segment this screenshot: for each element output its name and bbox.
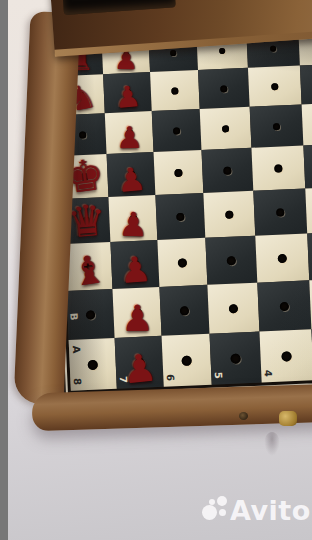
square-b4[interactable]: [257, 280, 311, 331]
peg-hole-d4: [276, 208, 284, 216]
peg-hole-e5: [223, 166, 231, 174]
square-a7[interactable]: 7♟: [115, 336, 164, 389]
square-c8[interactable]: ♝: [64, 242, 112, 291]
square-e3[interactable]: [303, 143, 312, 188]
square-g5[interactable]: [198, 68, 250, 109]
peg-hole-h4: [270, 45, 276, 51]
peg-hole-h5: [219, 47, 225, 53]
piece-red-bishop-c8[interactable]: ♝: [63, 248, 114, 293]
square-a8[interactable]: A8: [69, 338, 117, 391]
coord-label-a6-6: 6: [165, 374, 175, 381]
square-a6[interactable]: 6: [162, 334, 212, 387]
peg-hole-g5: [220, 85, 227, 92]
square-g3[interactable]: [300, 63, 312, 104]
square-e4[interactable]: [251, 145, 305, 190]
peg-hole-b8: [86, 310, 95, 319]
peg-hole-a8: [88, 359, 98, 369]
coord-label-a8-A: A: [71, 346, 81, 354]
avito-logo: [209, 499, 215, 505]
peg-hole-c4: [278, 253, 287, 262]
square-d5[interactable]: [203, 191, 255, 238]
brass-hinge: [279, 411, 297, 426]
square-f7[interactable]: ♟: [105, 111, 154, 154]
square-a4[interactable]: 4: [259, 329, 312, 382]
square-e6[interactable]: [154, 150, 204, 195]
peg-hole-g6: [171, 87, 178, 94]
square-g6[interactable]: [150, 70, 200, 111]
piece-red-pawn-d7[interactable]: ♟: [109, 207, 157, 241]
square-b8[interactable]: B: [67, 289, 115, 340]
peg-hole-c6: [178, 258, 187, 267]
piece-red-pawn-f7[interactable]: ♟: [106, 123, 153, 153]
peg-hole-e4: [274, 164, 282, 172]
peg-hole-b4: [280, 301, 289, 310]
peg-hole-d5: [225, 210, 233, 218]
square-d3[interactable]: [305, 186, 312, 233]
square-f6[interactable]: [152, 109, 202, 152]
square-f4[interactable]: [250, 105, 304, 148]
piece-red-pawn-g7[interactable]: ♟: [103, 81, 152, 114]
square-g7[interactable]: ♟: [103, 72, 152, 113]
coord-label-b8-B: B: [68, 312, 78, 320]
piece-red-pawn-b7[interactable]: ♟: [114, 301, 161, 337]
square-e5[interactable]: [201, 148, 253, 193]
square-c6[interactable]: [157, 238, 207, 287]
photo-scene: ♜♟6543♞♟♟♚♟♛♟♝♟B♟A87♟654 Avito: [8, 0, 312, 540]
chess-board: ♜♟6543♞♟♟♚♟♛♟♝♟B♟A87♟654: [52, 18, 312, 394]
peg-hole-f5: [222, 125, 229, 132]
square-a5[interactable]: 5: [210, 332, 262, 385]
peg-hole-a6: [181, 355, 191, 365]
square-d7[interactable]: ♟: [108, 195, 157, 242]
peg-hole-f4: [273, 123, 280, 130]
square-b6[interactable]: [159, 285, 209, 336]
square-g4[interactable]: [248, 66, 302, 107]
piece-red-pawn-c7[interactable]: ♟: [110, 251, 160, 290]
square-f5[interactable]: [200, 107, 252, 150]
peg-hole-a4: [281, 351, 291, 361]
piece-red-pawn-e7[interactable]: ♟: [106, 162, 156, 198]
avito-logo: [202, 505, 217, 520]
square-c7[interactable]: ♟: [110, 240, 159, 289]
square-b7[interactable]: ♟: [112, 287, 161, 338]
square-d4[interactable]: [253, 188, 307, 235]
case-screw-hole: [239, 412, 248, 420]
piece-red-pawn-a7[interactable]: ♟: [114, 348, 164, 390]
square-f3[interactable]: [302, 102, 312, 145]
case-lid-opening: [62, 0, 176, 15]
peg-hole-f8: [79, 131, 86, 138]
peg-hole-b6: [180, 306, 189, 315]
square-b5[interactable]: [207, 283, 259, 334]
coord-label-a5-5: 5: [213, 372, 223, 379]
coord-label-a4-4: 4: [263, 370, 273, 377]
square-c5[interactable]: [205, 236, 257, 285]
avito-logo: [219, 509, 226, 516]
peg-hole-a5: [230, 353, 240, 363]
square-d6[interactable]: [155, 193, 205, 240]
avito-logo: [217, 496, 227, 506]
peg-hole-h6: [170, 49, 176, 55]
square-c4[interactable]: [255, 233, 309, 282]
peg-hole-b5: [229, 304, 238, 313]
square-e7[interactable]: ♟: [107, 152, 156, 197]
peg-hole-e6: [174, 168, 182, 176]
peg-hole-c5: [227, 256, 236, 265]
watermark-text: Avito: [230, 495, 311, 526]
peg-hole-f6: [173, 127, 180, 134]
peg-hole-g4: [271, 83, 278, 90]
peg-hole-d6: [176, 212, 184, 220]
coord-label-a8-8: 8: [72, 378, 82, 385]
shadow-drip: [264, 432, 280, 456]
